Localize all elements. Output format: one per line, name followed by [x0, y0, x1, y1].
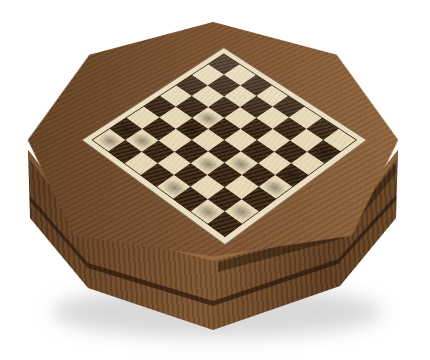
black-king-glyph: ♚ — [115, 97, 169, 143]
scene-3d: ♜♟♚♜♝♟♝♛♚♜♞♜♟ — [0, 0, 430, 360]
chess-set-photo: ♜♟♚♜♝♟♝♛♚♜♞♜♟ — [0, 0, 430, 360]
black-rook-glyph: ♜ — [165, 98, 219, 132]
box-lid-plane: ♜♟♚♜♝♟♝♛♚♜♞♜♟ — [0, 0, 430, 344]
white-rook-glyph: ♜ — [179, 179, 235, 215]
